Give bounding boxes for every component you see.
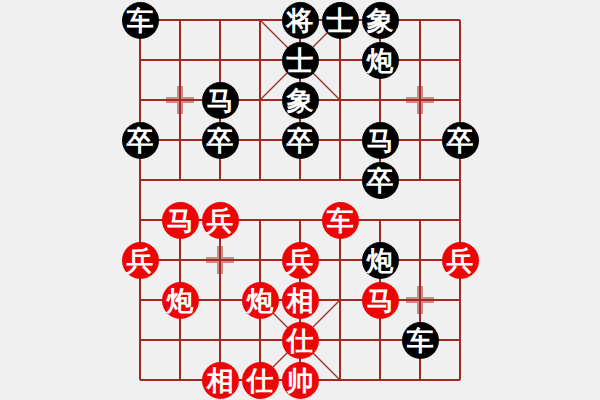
red-chariot[interactable]: 车 (322, 202, 359, 239)
point-marker (166, 86, 194, 114)
black-advisor[interactable]: 士 (282, 42, 319, 79)
point-marker (406, 286, 434, 314)
xiangqi-board: 车将士象士炮马象卒卒卒马卒卒马兵车兵兵炮兵炮炮相马仕车相仕帅 (0, 0, 600, 400)
black-elephant[interactable]: 象 (282, 82, 319, 119)
point-marker (406, 86, 434, 114)
black-general[interactable]: 将 (282, 2, 319, 39)
red-soldier[interactable]: 兵 (442, 242, 479, 279)
black-elephant[interactable]: 象 (362, 2, 399, 39)
black-advisor[interactable]: 士 (322, 2, 359, 39)
red-horse[interactable]: 马 (362, 282, 399, 319)
red-elephant[interactable]: 相 (282, 282, 319, 319)
black-chariot[interactable]: 车 (122, 2, 159, 39)
red-advisor[interactable]: 仕 (242, 362, 279, 399)
black-horse[interactable]: 马 (202, 82, 239, 119)
black-soldier[interactable]: 卒 (442, 122, 479, 159)
black-soldier[interactable]: 卒 (282, 122, 319, 159)
black-cannon[interactable]: 炮 (362, 242, 399, 279)
red-advisor[interactable]: 仕 (282, 322, 319, 359)
black-cannon[interactable]: 炮 (362, 42, 399, 79)
black-horse[interactable]: 马 (362, 122, 399, 159)
red-cannon[interactable]: 炮 (162, 282, 199, 319)
black-chariot[interactable]: 车 (402, 322, 439, 359)
red-soldier[interactable]: 兵 (282, 242, 319, 279)
point-marker (206, 246, 234, 274)
black-soldier[interactable]: 卒 (122, 122, 159, 159)
red-soldier[interactable]: 兵 (202, 202, 239, 239)
black-soldier[interactable]: 卒 (202, 122, 239, 159)
red-general[interactable]: 帅 (282, 362, 319, 399)
red-cannon[interactable]: 炮 (242, 282, 279, 319)
red-elephant[interactable]: 相 (202, 362, 239, 399)
board-grid[interactable]: 车将士象士炮马象卒卒卒马卒卒马兵车兵兵炮兵炮炮相马仕车相仕帅 (120, 0, 480, 400)
black-soldier[interactable]: 卒 (362, 162, 399, 199)
red-soldier[interactable]: 兵 (122, 242, 159, 279)
red-horse[interactable]: 马 (162, 202, 199, 239)
